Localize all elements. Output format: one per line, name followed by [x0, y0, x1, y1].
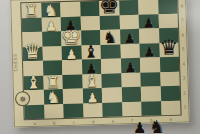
piece-bP-f6[interactable]: ♟ [124, 31, 136, 44]
piece-bP-g7[interactable]: ♟ [143, 16, 155, 29]
square-e4[interactable] [101, 58, 121, 73]
square-c8[interactable] [60, 2, 80, 17]
file-label-h: h [170, 117, 173, 122]
captured-piece-bP[interactable]: ♟ [133, 121, 146, 134]
square-d7[interactable] [80, 15, 100, 30]
rank-label-6: 6 [181, 32, 184, 37]
file-label-b: b [53, 120, 56, 125]
rank-label-4: 4 [182, 61, 185, 66]
square-f2[interactable] [121, 87, 141, 102]
board-maker-text: CHESS [12, 25, 18, 71]
square-g2[interactable] [141, 86, 161, 101]
square-d8[interactable] [80, 1, 100, 16]
file-label-d: d [92, 119, 95, 124]
piece-bN-e6[interactable]: ♞ [103, 29, 118, 45]
piece-wQ-a5[interactable]: ♛ [23, 41, 42, 63]
piece-bQ-h5[interactable]: ♛ [159, 37, 178, 59]
square-e3[interactable] [101, 73, 121, 88]
square-f1[interactable] [122, 101, 142, 116]
square-b5[interactable] [42, 46, 62, 61]
square-f8[interactable] [119, 0, 139, 15]
square-g3[interactable] [140, 72, 160, 87]
square-a1[interactable] [24, 104, 44, 119]
square-h1[interactable] [161, 100, 181, 115]
square-f7[interactable] [119, 14, 139, 29]
square-e1[interactable] [102, 102, 122, 117]
square-g1[interactable] [141, 101, 161, 116]
square-h2[interactable] [160, 86, 180, 101]
photo-scene: CHESS ✵ abcdefgh 87654321 ♜♞♟♚♟♛♝♜♞♝♟♚♟♟… [0, 0, 200, 134]
piece-wP-c5[interactable]: ♟ [66, 48, 78, 61]
piece-bP-c7[interactable]: ♟ [65, 19, 77, 32]
piece-bK-e8[interactable]: ♚ [98, 0, 119, 17]
piece-wN-b2[interactable]: ♞ [46, 89, 61, 105]
compass-star-icon: ✵ [19, 94, 27, 104]
rank-label-8: 8 [181, 3, 184, 8]
square-h7[interactable] [158, 13, 178, 28]
chess-board: CHESS ✵ abcdefgh 87654321 ♜♞♟♚♟♛♝♜♞♝♟♚♟♟… [10, 0, 190, 128]
piece-wN-b8[interactable]: ♞ [43, 2, 58, 18]
captured-piece-bN[interactable]: ♞ [149, 118, 165, 134]
rank-label-7: 7 [181, 18, 184, 23]
piece-bB-d5[interactable]: ♝ [83, 43, 99, 60]
piece-bP-d4[interactable]: ♟ [85, 62, 97, 75]
rank-label-5: 5 [182, 47, 185, 52]
piece-wB-a3[interactable]: ♝ [25, 74, 41, 91]
piece-bP-f4[interactable]: ♟ [124, 60, 136, 73]
square-h8[interactable] [158, 0, 178, 14]
piece-wP-d2[interactable]: ♟ [86, 91, 98, 104]
square-g8[interactable] [138, 0, 158, 14]
piece-bP-g5[interactable]: ♟ [143, 45, 155, 58]
rank-label-2: 2 [183, 90, 186, 95]
square-c1[interactable] [63, 103, 83, 118]
piece-wP-b7[interactable]: ♟ [45, 19, 57, 32]
file-label-a: a [33, 121, 36, 126]
rank-label-1: 1 [184, 105, 187, 110]
file-label-c: c [73, 120, 75, 125]
rank-label-3: 3 [183, 76, 186, 81]
square-c3[interactable] [62, 74, 82, 89]
piece-wR-a8[interactable]: ♜ [24, 3, 39, 19]
square-c2[interactable] [63, 89, 83, 104]
square-e2[interactable] [102, 87, 122, 102]
square-h3[interactable] [160, 71, 180, 86]
file-label-e: e [112, 119, 115, 124]
